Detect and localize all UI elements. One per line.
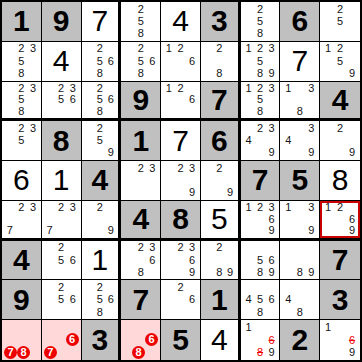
candidate-2: 2 [334,122,346,134]
candidate-2: 2 [175,162,187,174]
given-digit: 5 [161,320,200,360]
cell-r2c3[interactable]: 2568 [82,42,122,82]
candidate-5: 5 [334,55,346,67]
candidate-9: 9 [266,225,278,237]
cell-r8c1[interactable]: 9 [2,280,42,320]
candidate-2: 2 [16,122,28,134]
candidate-2: 2 [94,281,105,293]
cell-r7c8[interactable]: 89 [280,241,320,281]
cell-r1c8[interactable]: 6 [280,2,320,42]
candidate-8: 8 [254,106,266,118]
candidate-9: 9 [266,67,278,79]
given-digit: 6 [201,121,238,160]
cell-r6c6[interactable]: 5 [201,201,241,241]
candidate-9: 9 [346,147,358,159]
candidate-9: 9 [306,225,318,237]
candidate-9: 9 [105,225,116,237]
cell-r9c6[interactable]: 4 [201,320,241,360]
candidate-8: 8 [94,106,105,118]
candidate-5: 5 [94,94,105,106]
given-digit: 4 [82,161,119,200]
candidate-8: 8 [135,266,147,278]
cell-r7c7[interactable]: 5689 [241,241,281,281]
candidate-2: 2 [94,83,105,95]
pencil-marks: 25 [320,2,360,41]
given-digit: 3 [201,2,238,41]
cell-r7c9[interactable]: 7 [320,241,360,281]
candidate-8: 8 [294,106,306,118]
candidate-6: 6 [105,94,116,106]
candidate-6: 6 [67,254,79,266]
candidate-9: 9 [186,187,198,199]
candidate-1: 1 [322,202,334,214]
candidate-1: 1 [243,43,255,55]
candidate-2: 2 [55,281,67,293]
candidate-2: 2 [254,122,266,134]
cell-r3c8[interactable]: 138 [280,82,320,122]
cell-r7c1[interactable]: 4 [2,241,42,281]
pencil-marks: 123589 [241,42,280,81]
given-digit: 7 [241,161,280,200]
pencil-marks: 258 [121,2,160,41]
cell-r3c3[interactable]: 2568 [82,82,122,122]
pencil-marks: 48 [280,280,319,319]
cell-r3c2[interactable]: 2356 [42,82,82,122]
candidate-9: 9 [266,346,278,359]
candidate-2: 2 [214,242,225,254]
cell-r9c2[interactable]: 67 [42,320,82,360]
candidate-2: 2 [135,162,147,174]
candidate-1: 1 [243,83,255,95]
candidate-5: 5 [254,294,266,306]
candidate-1: 1 [282,83,294,95]
cell-r1c6[interactable]: 3 [201,2,241,42]
cell-r9c4[interactable]: 68 [121,320,161,360]
candidate-5: 5 [254,15,266,27]
candidate-9: 9 [346,225,358,237]
candidate-2: 2 [135,242,147,254]
given-digit: 1 [201,280,238,319]
cell-r6c2[interactable]: 237 [42,201,82,241]
candidate-2: 2 [94,122,105,134]
given-digit: 4 [320,82,360,119]
pencil-marks: 68 [121,320,160,360]
pencil-marks: 78 [2,320,41,360]
candidate-1: 1 [243,202,255,214]
candidate-4: 4 [282,294,294,306]
candidate-9: 9 [186,266,198,278]
candidate-5: 5 [55,294,67,306]
cell-r8c7[interactable]: 4568 [241,280,281,320]
cell-r3c9[interactable]: 4 [320,82,360,122]
pencil-marks: 256 [42,241,81,280]
candidate-7: 7 [44,225,56,237]
candidate-2: 2 [175,242,187,254]
candidate-5: 5 [334,15,346,27]
given-digit: 9 [2,280,41,319]
pencil-marks: 237 [42,201,81,238]
solved-digit: 1 [82,241,119,280]
candidate-3: 3 [147,242,159,254]
pencil-marks: 138 [280,82,319,119]
cell-r7c2[interactable]: 256 [42,241,82,281]
pencil-marks: 12369 [241,201,280,238]
candidate-9: 9 [306,147,318,159]
given-digit: 4 [2,241,41,280]
candidate-3: 3 [266,122,278,134]
pencil-marks: 29 [82,201,119,238]
candidate-8: 8 [132,346,145,359]
pencil-marks: 67 [42,320,81,360]
candidate-9: 9 [306,266,318,278]
candidate-9: 9 [225,187,236,199]
cell-r6c3[interactable]: 29 [82,201,122,241]
given-digit: 6 [280,2,319,41]
candidate-8: 8 [214,67,225,79]
candidate-5: 5 [254,94,266,106]
cell-r3c4[interactable]: 9 [121,82,161,122]
candidate-5: 5 [55,94,67,106]
given-digit: 8 [161,201,200,238]
given-digit: 7 [121,280,160,319]
candidate-1: 1 [322,321,334,334]
cell-r6c8[interactable]: 139 [280,201,320,241]
candidate-6: 6 [266,334,278,347]
solved-digit: 7 [82,2,119,41]
cell-r1c3[interactable]: 7 [82,2,122,42]
pencil-marks: 237 [2,201,41,238]
pencil-marks: 2349 [241,121,280,160]
candidate-3: 3 [266,43,278,55]
candidate-4: 4 [243,294,255,306]
candidate-5: 5 [135,15,147,27]
pencil-marks: 139 [280,201,319,238]
candidate-5: 5 [16,94,28,106]
cell-r8c6[interactable]: 1 [201,280,241,320]
cell-r2c6[interactable]: 28 [201,42,241,82]
pencil-marks: 89 [280,241,319,280]
candidate-3: 3 [27,83,39,95]
given-digit: 3 [320,280,360,319]
candidate-2: 2 [334,202,346,214]
cell-r7c3[interactable]: 1 [82,241,122,281]
pencil-marks: 126 [161,82,200,119]
cell-r7c5[interactable]: 2369 [161,241,201,281]
candidate-3: 3 [306,83,318,95]
candidate-8: 8 [16,67,28,79]
candidate-6: 6 [66,333,79,346]
candidate-6: 6 [186,294,198,306]
candidate-1: 1 [282,202,294,214]
cell-r4c2[interactable]: 8 [42,121,82,161]
cell-r5c1[interactable]: 6 [2,161,42,201]
candidate-2: 2 [16,202,28,214]
candidate-6: 6 [67,294,79,306]
candidate-8: 8 [94,67,105,79]
candidate-3: 3 [266,83,278,95]
candidate-6: 6 [67,94,79,106]
candidate-8: 8 [254,28,266,40]
pencil-marks: 349 [280,121,319,160]
given-digit: 4 [121,201,160,238]
pencil-marks: 12358 [241,82,280,119]
pencil-marks: 23 [121,161,160,200]
candidate-2: 2 [135,3,147,15]
solved-digit: 7 [280,42,319,81]
candidate-3: 3 [147,162,159,174]
candidate-6: 6 [145,333,158,346]
solved-digit: 5 [201,201,238,238]
candidate-8: 8 [17,346,30,359]
candidate-5: 5 [16,135,28,147]
candidate-8: 8 [135,67,147,79]
candidate-6: 6 [346,213,358,225]
pencil-marks: 1689 [241,320,280,360]
candidate-8: 8 [254,306,266,318]
candidate-4: 4 [243,135,255,147]
sudoku-board: 1972584325862523584256825681262812358971… [0,0,362,362]
cell-r8c5[interactable]: 26 [161,280,201,320]
given-digit: 2 [280,320,319,360]
cell-r7c4[interactable]: 2368 [121,241,161,281]
given-digit: 3 [82,320,119,360]
cell-r4c7[interactable]: 2349 [241,121,281,161]
given-digit: 7 [320,241,360,280]
solved-digit: 1 [42,161,81,200]
pencil-marks: 2358 [2,82,41,119]
solved-digit: 4 [201,320,238,360]
solved-digit: 8 [320,161,360,200]
candidate-1: 1 [163,83,175,95]
cell-r5c8[interactable]: 5 [280,161,320,201]
cell-r4c1[interactable]: 235 [2,121,42,161]
candidate-5: 5 [16,55,28,67]
cell-r1c2[interactable]: 9 [42,2,82,42]
cell-r9c8[interactable]: 2 [280,320,320,360]
cell-r9c1[interactable]: 78 [2,320,42,360]
solved-digit: 7 [161,121,200,160]
pencil-marks: 259 [82,121,119,160]
cell-r3c1[interactable]: 2358 [2,82,42,122]
pencil-marks: 2358 [2,42,41,81]
candidate-2: 2 [16,43,28,55]
cell-r8c4[interactable]: 7 [121,280,161,320]
candidate-2: 2 [175,43,187,55]
cell-r7c6[interactable]: 289 [201,241,241,281]
candidate-9: 9 [266,147,278,159]
pencil-marks: 2568 [82,280,119,319]
cell-r1c5[interactable]: 4 [161,2,201,42]
cell-r5c3[interactable]: 4 [82,161,122,201]
candidate-8: 8 [16,106,28,118]
candidate-6: 6 [147,254,159,266]
pencil-marks: 29 [320,121,360,160]
cell-r5c9[interactable]: 8 [320,161,360,201]
candidate-3: 3 [306,122,318,134]
cell-r9c9[interactable]: 169 [320,320,360,360]
solved-digit: 4 [42,42,81,81]
cell-r5c7[interactable]: 7 [241,161,281,201]
cell-r4c5[interactable]: 7 [161,121,201,161]
pencil-marks: 239 [161,161,200,200]
candidate-3: 3 [266,202,278,214]
cell-r8c3[interactable]: 2568 [82,280,122,320]
candidate-5: 5 [135,55,147,67]
candidate-2: 2 [334,3,346,15]
candidate-9: 9 [346,346,358,359]
cell-r2c2[interactable]: 4 [42,42,82,82]
candidate-8: 8 [294,266,306,278]
pencil-marks: 2368 [121,241,160,280]
cell-r5c4[interactable]: 23 [121,161,161,201]
candidate-6: 6 [346,334,358,347]
cell-r6c1[interactable]: 237 [2,201,42,241]
cell-r4c4[interactable]: 1 [121,121,161,161]
cell-r6c4[interactable]: 4 [121,201,161,241]
cell-r2c4[interactable]: 2568 [121,42,161,82]
candidate-3: 3 [186,162,198,174]
pencil-marks: 126 [161,42,200,81]
cell-r6c5[interactable]: 8 [161,201,201,241]
cell-r4c3[interactable]: 259 [82,121,122,161]
pencil-marks: 1269 [320,201,360,238]
candidate-3: 3 [186,242,198,254]
candidate-6: 6 [266,254,278,266]
candidate-2: 2 [254,202,266,214]
given-digit: 9 [121,82,160,119]
cell-r2c8[interactable]: 7 [280,42,320,82]
cell-r9c5[interactable]: 5 [161,320,201,360]
pencil-marks: 28 [201,42,238,81]
pencil-marks: 169 [320,320,360,360]
candidate-2: 2 [254,83,266,95]
cell-r2c7[interactable]: 123589 [241,42,281,82]
solved-digit: 4 [161,2,200,41]
candidate-8: 8 [135,28,147,40]
pencil-marks: 2568 [121,42,160,81]
candidate-5: 5 [55,254,67,266]
given-digit: 1 [121,121,160,160]
pencil-marks: 1259 [320,42,360,81]
cell-r5c6[interactable]: 29 [201,161,241,201]
given-digit: 9 [42,2,81,41]
cell-r8c2[interactable]: 256 [42,280,82,320]
given-digit: 5 [280,161,319,200]
candidate-9: 9 [105,147,116,159]
cell-r1c4[interactable]: 258 [121,2,161,42]
pencil-marks: 5689 [241,241,280,280]
candidate-1: 1 [243,321,255,334]
candidate-7: 7 [4,346,17,359]
candidate-6: 6 [266,213,278,225]
candidate-5: 5 [94,55,105,67]
candidate-8: 8 [214,266,225,278]
candidate-8: 8 [254,67,266,79]
candidate-2: 2 [55,83,67,95]
candidate-9: 9 [346,67,358,79]
candidate-2: 2 [254,3,266,15]
candidate-2: 2 [254,43,266,55]
candidate-2: 2 [175,83,187,95]
cell-r3c6[interactable]: 7 [201,82,241,122]
candidate-8: 8 [254,346,266,359]
cell-r1c9[interactable]: 25 [320,2,360,42]
given-digit: 7 [201,82,238,119]
candidate-1: 1 [163,43,175,55]
pencil-marks: 256 [42,280,81,319]
candidate-3: 3 [27,43,39,55]
cell-r5c2[interactable]: 1 [42,161,82,201]
cell-r9c7[interactable]: 1689 [241,320,281,360]
cell-r1c7[interactable]: 258 [241,2,281,42]
candidate-6: 6 [186,254,198,266]
candidate-2: 2 [334,43,346,55]
candidate-2: 2 [175,281,187,293]
cell-r4c8[interactable]: 349 [280,121,320,161]
candidate-5: 5 [254,254,266,266]
candidate-5: 5 [254,55,266,67]
candidate-5: 5 [94,135,105,147]
candidate-2: 2 [55,242,67,254]
candidate-6: 6 [147,55,159,67]
candidate-2: 2 [135,43,147,55]
pencil-marks: 2369 [161,241,200,280]
pencil-marks: 29 [201,161,238,200]
candidate-4: 4 [282,135,294,147]
solved-digit: 6 [2,161,41,200]
cell-r2c5[interactable]: 126 [161,42,201,82]
cell-r6c9[interactable]: 1269 [320,201,360,241]
candidate-6: 6 [186,55,198,67]
candidate-6: 6 [266,294,278,306]
candidate-5: 5 [94,294,105,306]
pencil-marks: 4568 [241,280,280,319]
cell-r3c7[interactable]: 12358 [241,82,281,122]
cell-r6c7[interactable]: 12369 [241,201,281,241]
candidate-3: 3 [27,122,39,134]
cell-r8c8[interactable]: 48 [280,280,320,320]
candidate-2: 2 [214,162,225,174]
pencil-marks: 258 [241,2,280,41]
candidate-9: 9 [266,266,278,278]
cell-r4c9[interactable]: 29 [320,121,360,161]
candidate-9: 9 [225,266,236,278]
cell-r9c3[interactable]: 3 [82,320,122,360]
candidate-6: 6 [186,94,198,106]
candidate-2: 2 [16,83,28,95]
pencil-marks: 2568 [82,42,119,81]
cell-r2c9[interactable]: 1259 [320,42,360,82]
pencil-marks: 26 [161,280,200,319]
cell-r8c9[interactable]: 3 [320,280,360,320]
cell-r5c5[interactable]: 239 [161,161,201,201]
candidate-3: 3 [67,83,79,95]
given-digit: 8 [42,121,81,160]
candidate-2: 2 [214,43,225,55]
candidate-2: 2 [55,202,67,214]
cell-r2c1[interactable]: 2358 [2,42,42,82]
candidate-6: 6 [105,55,116,67]
candidate-3: 3 [67,202,79,214]
candidate-3: 3 [306,202,318,214]
cell-r4c6[interactable]: 6 [201,121,241,161]
candidate-1: 1 [322,43,334,55]
cell-r1c1[interactable]: 1 [2,2,42,42]
cell-r3c5[interactable]: 126 [161,82,201,122]
pencil-marks: 2568 [82,82,119,119]
pencil-marks: 289 [201,241,238,280]
pencil-marks: 235 [2,121,41,160]
